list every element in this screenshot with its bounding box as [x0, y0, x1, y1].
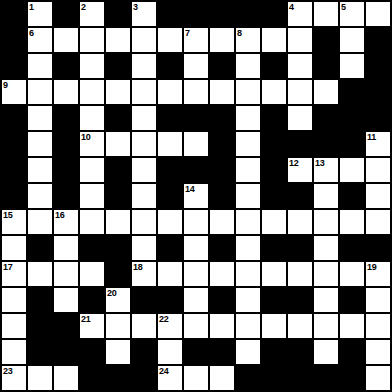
clue-number-13: 13 — [315, 158, 324, 168]
white-cell-r11c2[interactable] — [54, 288, 78, 312]
black-cell-r14c9 — [236, 366, 260, 390]
white-cell-r10c7[interactable] — [184, 262, 208, 286]
white-cell-r6c5[interactable] — [132, 158, 156, 182]
white-cell-r5c5[interactable] — [132, 132, 156, 156]
white-cell-r4c11[interactable] — [288, 106, 312, 130]
clue-number-20: 20 — [107, 288, 116, 298]
black-cell-r10c4 — [106, 262, 130, 286]
white-cell-r6c12[interactable]: 13 — [314, 158, 338, 182]
black-cell-r7c8 — [210, 184, 234, 208]
white-cell-r1c9[interactable]: 8 — [236, 28, 260, 52]
white-cell-r12c8[interactable] — [210, 314, 234, 338]
white-cell-r1c5[interactable] — [132, 28, 156, 52]
white-cell-r12c0[interactable] — [2, 314, 26, 338]
black-cell-r0c7 — [184, 2, 208, 26]
black-cell-r6c2 — [54, 158, 78, 182]
black-cell-r9c1 — [28, 236, 52, 260]
black-cell-r13c5 — [132, 340, 156, 364]
black-cell-r13c2 — [54, 340, 78, 364]
black-cell-r2c0 — [2, 54, 26, 78]
white-cell-r8c11[interactable] — [288, 210, 312, 234]
white-cell-r14c0[interactable]: 23 — [2, 366, 26, 390]
white-cell-r14c6[interactable]: 24 — [158, 366, 182, 390]
black-cell-r9c14 — [366, 236, 390, 260]
black-cell-r4c2 — [54, 106, 78, 130]
white-cell-r4c9[interactable] — [236, 106, 260, 130]
black-cell-r13c7 — [184, 340, 208, 364]
black-cell-r13c13 — [340, 340, 364, 364]
clue-number-15: 15 — [3, 210, 12, 220]
black-cell-r6c8 — [210, 158, 234, 182]
white-cell-r8c2[interactable]: 16 — [54, 210, 78, 234]
white-cell-r10c3[interactable] — [80, 262, 104, 286]
black-cell-r13c3 — [80, 340, 104, 364]
clue-number-21: 21 — [81, 314, 90, 324]
black-cell-r14c12 — [314, 366, 338, 390]
white-cell-r0c11[interactable]: 4 — [288, 2, 312, 26]
white-cell-r8c0[interactable]: 15 — [2, 210, 26, 234]
black-cell-r4c10 — [262, 106, 286, 130]
white-cell-r4c3[interactable] — [80, 106, 104, 130]
white-cell-r3c2[interactable] — [54, 80, 78, 104]
clue-number-5: 5 — [341, 2, 346, 12]
clue-number-16: 16 — [55, 210, 64, 220]
white-cell-r2c1[interactable] — [28, 54, 52, 78]
white-cell-r10c5[interactable]: 18 — [132, 262, 156, 286]
white-cell-r5c1[interactable] — [28, 132, 52, 156]
black-cell-r14c3 — [80, 366, 104, 390]
black-cell-r5c8 — [210, 132, 234, 156]
white-cell-r3c11[interactable] — [288, 80, 312, 104]
white-cell-r1c11[interactable] — [288, 28, 312, 52]
black-cell-r11c5 — [132, 288, 156, 312]
black-cell-r14c4 — [106, 366, 130, 390]
white-cell-r8c1[interactable] — [28, 210, 52, 234]
white-cell-r0c3[interactable]: 2 — [80, 2, 104, 26]
black-cell-r0c9 — [236, 2, 260, 26]
white-cell-r13c9[interactable] — [236, 340, 260, 364]
white-cell-r3c10[interactable] — [262, 80, 286, 104]
white-cell-r12c13[interactable] — [340, 314, 364, 338]
white-cell-r3c6[interactable] — [158, 80, 182, 104]
clue-number-4: 4 — [289, 2, 294, 12]
white-cell-r7c5[interactable] — [132, 184, 156, 208]
black-cell-r7c0 — [2, 184, 26, 208]
white-cell-r1c6[interactable] — [158, 28, 182, 52]
black-cell-r1c12 — [314, 28, 338, 52]
white-cell-r9c12[interactable] — [314, 236, 338, 260]
clue-number-10: 10 — [81, 132, 90, 142]
white-cell-r3c9[interactable] — [236, 80, 260, 104]
clue-number-24: 24 — [159, 366, 168, 376]
clue-number-3: 3 — [133, 2, 138, 12]
white-cell-r12c11[interactable] — [288, 314, 312, 338]
white-cell-r8c5[interactable] — [132, 210, 156, 234]
white-cell-r8c10[interactable] — [262, 210, 286, 234]
black-cell-r6c4 — [106, 158, 130, 182]
white-cell-r0c12[interactable] — [314, 2, 338, 26]
white-cell-r13c4[interactable] — [106, 340, 130, 364]
black-cell-r11c13 — [340, 288, 364, 312]
white-cell-r5c14[interactable]: 11 — [366, 132, 390, 156]
white-cell-r10c10[interactable] — [262, 262, 286, 286]
white-cell-r5c7[interactable] — [184, 132, 208, 156]
white-cell-r6c1[interactable] — [28, 158, 52, 182]
black-cell-r4c7 — [184, 106, 208, 130]
white-cell-r10c14[interactable]: 19 — [366, 262, 390, 286]
white-cell-r7c7[interactable]: 14 — [184, 184, 208, 208]
black-cell-r4c14 — [366, 106, 390, 130]
white-cell-r3c1[interactable] — [28, 80, 52, 104]
black-cell-r11c8 — [210, 288, 234, 312]
white-cell-r2c3[interactable] — [80, 54, 104, 78]
white-cell-r10c2[interactable] — [54, 262, 78, 286]
white-cell-r10c8[interactable] — [210, 262, 234, 286]
black-cell-r0c10 — [262, 2, 286, 26]
black-cell-r1c0 — [2, 28, 26, 52]
white-cell-r4c5[interactable] — [132, 106, 156, 130]
black-cell-r14c10 — [262, 366, 286, 390]
black-cell-r5c13 — [340, 132, 364, 156]
white-cell-r6c11[interactable]: 12 — [288, 158, 312, 182]
white-cell-r12c7[interactable] — [184, 314, 208, 338]
black-cell-r4c13 — [340, 106, 364, 130]
white-cell-r2c11[interactable] — [288, 54, 312, 78]
white-cell-r10c12[interactable] — [314, 262, 338, 286]
white-cell-r12c10[interactable] — [262, 314, 286, 338]
white-cell-r1c7[interactable]: 7 — [184, 28, 208, 52]
black-cell-r0c0 — [2, 2, 26, 26]
white-cell-r13c6[interactable] — [158, 340, 182, 364]
white-cell-r10c9[interactable] — [236, 262, 260, 286]
white-cell-r11c9[interactable] — [236, 288, 260, 312]
white-cell-r12c9[interactable] — [236, 314, 260, 338]
black-cell-r9c6 — [158, 236, 182, 260]
black-cell-r5c11 — [288, 132, 312, 156]
white-cell-r12c6[interactable]: 22 — [158, 314, 182, 338]
white-cell-r8c7[interactable] — [184, 210, 208, 234]
white-cell-r11c4[interactable]: 20 — [106, 288, 130, 312]
clue-number-12: 12 — [289, 158, 298, 168]
black-cell-r5c12 — [314, 132, 338, 156]
white-cell-r10c13[interactable] — [340, 262, 364, 286]
black-cell-r13c8 — [210, 340, 234, 364]
black-cell-r6c7 — [184, 158, 208, 182]
white-cell-r5c3[interactable]: 10 — [80, 132, 104, 156]
clue-number-17: 17 — [3, 262, 12, 272]
black-cell-r12c2 — [54, 314, 78, 338]
black-cell-r2c2 — [54, 54, 78, 78]
white-cell-r3c5[interactable] — [132, 80, 156, 104]
white-cell-r12c14[interactable] — [366, 314, 390, 338]
white-cell-r2c7[interactable] — [184, 54, 208, 78]
black-cell-r14c11 — [288, 366, 312, 390]
white-cell-r7c14[interactable] — [366, 184, 390, 208]
white-cell-r8c6[interactable] — [158, 210, 182, 234]
white-cell-r14c2[interactable] — [54, 366, 78, 390]
black-cell-r3c13 — [340, 80, 364, 104]
black-cell-r4c8 — [210, 106, 234, 130]
black-cell-r9c8 — [210, 236, 234, 260]
white-cell-r8c8[interactable] — [210, 210, 234, 234]
white-cell-r3c7[interactable] — [184, 80, 208, 104]
white-cell-r13c14[interactable] — [366, 340, 390, 364]
white-cell-r10c1[interactable] — [28, 262, 52, 286]
black-cell-r9c13 — [340, 236, 364, 260]
white-cell-r3c12[interactable] — [314, 80, 338, 104]
white-cell-r3c4[interactable] — [106, 80, 130, 104]
white-cell-r7c9[interactable] — [236, 184, 260, 208]
black-cell-r0c6 — [158, 2, 182, 26]
white-cell-r6c14[interactable] — [366, 158, 390, 182]
black-cell-r9c10 — [262, 236, 286, 260]
white-cell-r7c3[interactable] — [80, 184, 104, 208]
white-cell-r11c7[interactable] — [184, 288, 208, 312]
black-cell-r9c4 — [106, 236, 130, 260]
black-cell-r13c11 — [288, 340, 312, 364]
white-cell-r6c13[interactable] — [340, 158, 364, 182]
white-cell-r9c0[interactable] — [2, 236, 26, 260]
white-cell-r0c5[interactable]: 3 — [132, 2, 156, 26]
black-cell-r11c10 — [262, 288, 286, 312]
black-cell-r2c8 — [210, 54, 234, 78]
crossword-grid: 123456789101112131415161718192021222324 — [0, 0, 392, 392]
white-cell-r11c12[interactable] — [314, 288, 338, 312]
white-cell-r0c14[interactable] — [366, 2, 390, 26]
clue-number-2: 2 — [81, 2, 86, 12]
black-cell-r7c11 — [288, 184, 312, 208]
clue-number-14: 14 — [185, 184, 194, 194]
white-cell-r13c12[interactable] — [314, 340, 338, 364]
clue-number-18: 18 — [133, 262, 142, 272]
black-cell-r0c2 — [54, 2, 78, 26]
white-cell-r11c14[interactable] — [366, 288, 390, 312]
black-cell-r2c12 — [314, 54, 338, 78]
white-cell-r12c5[interactable] — [132, 314, 156, 338]
black-cell-r7c13 — [340, 184, 364, 208]
black-cell-r7c10 — [262, 184, 286, 208]
white-cell-r14c7[interactable] — [184, 366, 208, 390]
white-cell-r12c3[interactable]: 21 — [80, 314, 104, 338]
black-cell-r11c11 — [288, 288, 312, 312]
white-cell-r3c0[interactable]: 9 — [2, 80, 26, 104]
white-cell-r6c9[interactable] — [236, 158, 260, 182]
black-cell-r13c1 — [28, 340, 52, 364]
white-cell-r8c3[interactable] — [80, 210, 104, 234]
black-cell-r0c8 — [210, 2, 234, 26]
white-cell-r9c5[interactable] — [132, 236, 156, 260]
white-cell-r1c2[interactable] — [54, 28, 78, 52]
black-cell-r4c6 — [158, 106, 182, 130]
white-cell-r2c13[interactable] — [340, 54, 364, 78]
black-cell-r9c11 — [288, 236, 312, 260]
clue-number-22: 22 — [159, 314, 168, 324]
black-cell-r3c14 — [366, 80, 390, 104]
white-cell-r8c4[interactable] — [106, 210, 130, 234]
black-cell-r4c0 — [2, 106, 26, 130]
white-cell-r2c5[interactable] — [132, 54, 156, 78]
white-cell-r5c4[interactable] — [106, 132, 130, 156]
clue-number-6: 6 — [29, 28, 34, 38]
white-cell-r0c1[interactable]: 1 — [28, 2, 52, 26]
black-cell-r9c3 — [80, 236, 104, 260]
white-cell-r7c1[interactable] — [28, 184, 52, 208]
black-cell-r13c10 — [262, 340, 286, 364]
black-cell-r11c1 — [28, 288, 52, 312]
black-cell-r2c6 — [158, 54, 182, 78]
black-cell-r7c2 — [54, 184, 78, 208]
white-cell-r7c12[interactable] — [314, 184, 338, 208]
white-cell-r1c8[interactable] — [210, 28, 234, 52]
clue-number-8: 8 — [237, 28, 242, 38]
black-cell-r7c6 — [158, 184, 182, 208]
white-cell-r10c11[interactable] — [288, 262, 312, 286]
clue-number-7: 7 — [185, 28, 190, 38]
white-cell-r6c3[interactable] — [80, 158, 104, 182]
black-cell-r6c10 — [262, 158, 286, 182]
clue-number-11: 11 — [367, 132, 376, 142]
white-cell-r9c7[interactable] — [184, 236, 208, 260]
black-cell-r5c2 — [54, 132, 78, 156]
white-cell-r14c14[interactable] — [366, 366, 390, 390]
white-cell-r1c4[interactable] — [106, 28, 130, 52]
white-cell-r10c0[interactable]: 17 — [2, 262, 26, 286]
black-cell-r2c14 — [366, 54, 390, 78]
clue-number-19: 19 — [367, 262, 376, 272]
black-cell-r6c0 — [2, 158, 26, 182]
white-cell-r9c9[interactable] — [236, 236, 260, 260]
white-cell-r8c13[interactable] — [340, 210, 364, 234]
white-cell-r10c6[interactable] — [158, 262, 182, 286]
black-cell-r2c10 — [262, 54, 286, 78]
white-cell-r0c13[interactable]: 5 — [340, 2, 364, 26]
white-cell-r1c13[interactable] — [340, 28, 364, 52]
black-cell-r5c10 — [262, 132, 286, 156]
white-cell-r1c10[interactable] — [262, 28, 286, 52]
black-cell-r12c1 — [28, 314, 52, 338]
white-cell-r14c1[interactable] — [28, 366, 52, 390]
black-cell-r14c5 — [132, 366, 156, 390]
white-cell-r12c4[interactable] — [106, 314, 130, 338]
white-cell-r11c0[interactable] — [2, 288, 26, 312]
black-cell-r11c3 — [80, 288, 104, 312]
clue-number-9: 9 — [3, 80, 8, 90]
white-cell-r5c9[interactable] — [236, 132, 260, 156]
clue-number-23: 23 — [3, 366, 12, 376]
white-cell-r4c1[interactable] — [28, 106, 52, 130]
black-cell-r1c14 — [366, 28, 390, 52]
white-cell-r14c8[interactable] — [210, 366, 234, 390]
black-cell-r11c6 — [158, 288, 182, 312]
black-cell-r4c12 — [314, 106, 338, 130]
black-cell-r0c4 — [106, 2, 130, 26]
black-cell-r4c4 — [106, 106, 130, 130]
black-cell-r5c0 — [2, 132, 26, 156]
white-cell-r1c3[interactable] — [80, 28, 104, 52]
clue-number-1: 1 — [29, 2, 34, 12]
white-cell-r5c6[interactable] — [158, 132, 182, 156]
white-cell-r12c12[interactable] — [314, 314, 338, 338]
white-cell-r3c3[interactable] — [80, 80, 104, 104]
white-cell-r9c2[interactable] — [54, 236, 78, 260]
white-cell-r1c1[interactable]: 6 — [28, 28, 52, 52]
black-cell-r6c6 — [158, 158, 182, 182]
white-cell-r8c12[interactable] — [314, 210, 338, 234]
white-cell-r2c9[interactable] — [236, 54, 260, 78]
white-cell-r8c14[interactable] — [366, 210, 390, 234]
black-cell-r2c4 — [106, 54, 130, 78]
white-cell-r3c8[interactable] — [210, 80, 234, 104]
white-cell-r13c0[interactable] — [2, 340, 26, 364]
black-cell-r14c13 — [340, 366, 364, 390]
black-cell-r7c4 — [106, 184, 130, 208]
white-cell-r8c9[interactable] — [236, 210, 260, 234]
